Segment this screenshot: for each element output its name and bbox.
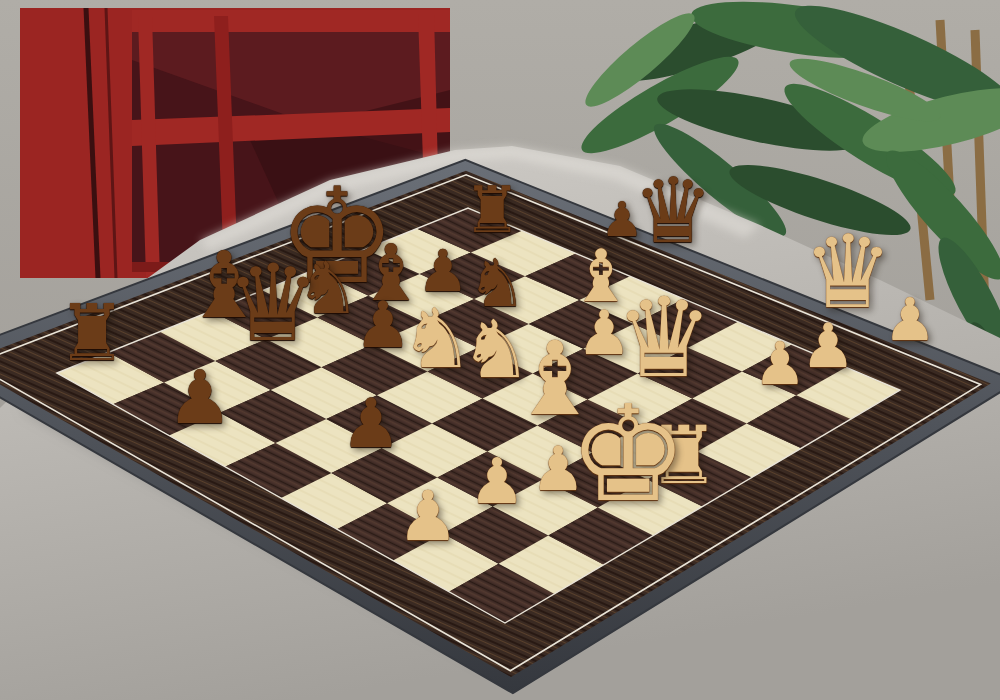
photo-stage: ♜♟♛♟♚♝♝♞♛♞♝♟♛♟♟♜♟♞♞♛♟♝♟♟♜♟♟♚♟ bbox=[0, 0, 1000, 700]
cabinet-rail-top bbox=[132, 10, 450, 32]
scene-graphic bbox=[0, 0, 1000, 700]
